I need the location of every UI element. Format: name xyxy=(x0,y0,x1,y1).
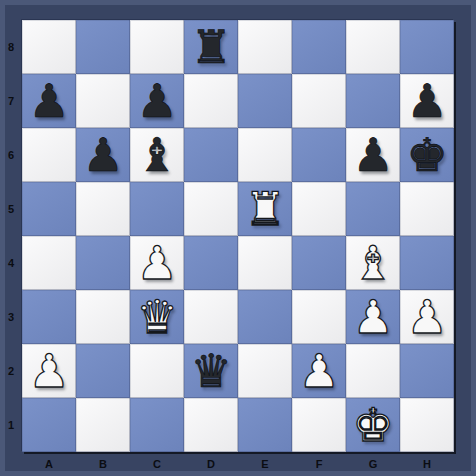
chess-board: ♜♟♟♟♟♝♟♚♜♟♝♛♟♟♟♛♟♚ xyxy=(22,20,454,452)
square-d1[interactable] xyxy=(184,398,238,452)
file-label-c: C xyxy=(130,453,184,474)
square-e4[interactable] xyxy=(238,236,292,290)
square-c2[interactable] xyxy=(130,344,184,398)
square-h3[interactable]: ♟ xyxy=(400,290,454,344)
square-c5[interactable] xyxy=(130,182,184,236)
square-a1[interactable] xyxy=(22,398,76,452)
square-f5[interactable] xyxy=(292,182,346,236)
piece-black-queen[interactable]: ♛ xyxy=(190,344,231,398)
square-f2[interactable]: ♟ xyxy=(292,344,346,398)
square-g3[interactable]: ♟ xyxy=(346,290,400,344)
piece-white-pawn[interactable]: ♟ xyxy=(28,344,69,398)
square-g6[interactable]: ♟ xyxy=(346,128,400,182)
square-g8[interactable] xyxy=(346,20,400,74)
rank-label-4: 4 xyxy=(0,236,22,290)
square-h5[interactable] xyxy=(400,182,454,236)
square-h7[interactable]: ♟ xyxy=(400,74,454,128)
piece-black-pawn[interactable]: ♟ xyxy=(406,74,447,128)
piece-black-bishop[interactable]: ♝ xyxy=(136,128,177,182)
piece-black-pawn[interactable]: ♟ xyxy=(352,128,393,182)
square-d4[interactable] xyxy=(184,236,238,290)
square-b5[interactable] xyxy=(76,182,130,236)
square-b3[interactable] xyxy=(76,290,130,344)
piece-black-rook[interactable]: ♜ xyxy=(190,20,231,74)
square-d3[interactable] xyxy=(184,290,238,344)
square-e8[interactable] xyxy=(238,20,292,74)
square-f3[interactable] xyxy=(292,290,346,344)
square-c6[interactable]: ♝ xyxy=(130,128,184,182)
square-c7[interactable]: ♟ xyxy=(130,74,184,128)
piece-white-pawn[interactable]: ♟ xyxy=(352,290,393,344)
file-label-d: D xyxy=(184,453,238,474)
file-label-a: A xyxy=(22,453,76,474)
square-g2[interactable] xyxy=(346,344,400,398)
square-e3[interactable] xyxy=(238,290,292,344)
piece-white-pawn[interactable]: ♟ xyxy=(136,236,177,290)
square-c1[interactable] xyxy=(130,398,184,452)
square-f1[interactable] xyxy=(292,398,346,452)
piece-white-rook[interactable]: ♜ xyxy=(244,182,285,236)
piece-white-bishop[interactable]: ♝ xyxy=(352,236,393,290)
rank-label-6: 6 xyxy=(0,128,22,182)
square-a7[interactable]: ♟ xyxy=(22,74,76,128)
square-a5[interactable] xyxy=(22,182,76,236)
rank-label-8: 8 xyxy=(0,20,22,74)
piece-white-queen[interactable]: ♛ xyxy=(136,290,177,344)
chess-board-window: ♜♟♟♟♟♝♟♚♜♟♝♛♟♟♟♛♟♚ 87654321 ABCDEFGH xyxy=(0,0,476,476)
square-d5[interactable] xyxy=(184,182,238,236)
square-d6[interactable] xyxy=(184,128,238,182)
square-g4[interactable]: ♝ xyxy=(346,236,400,290)
rank-label-5: 5 xyxy=(0,182,22,236)
square-f8[interactable] xyxy=(292,20,346,74)
square-d7[interactable] xyxy=(184,74,238,128)
square-g1[interactable]: ♚ xyxy=(346,398,400,452)
piece-black-pawn[interactable]: ♟ xyxy=(82,128,123,182)
square-a3[interactable] xyxy=(22,290,76,344)
square-e2[interactable] xyxy=(238,344,292,398)
file-label-h: H xyxy=(400,453,454,474)
square-b4[interactable] xyxy=(76,236,130,290)
square-h2[interactable] xyxy=(400,344,454,398)
square-e7[interactable] xyxy=(238,74,292,128)
square-b6[interactable]: ♟ xyxy=(76,128,130,182)
piece-white-king[interactable]: ♚ xyxy=(352,398,393,452)
square-d8[interactable]: ♜ xyxy=(184,20,238,74)
rank-label-7: 7 xyxy=(0,74,22,128)
square-e5[interactable]: ♜ xyxy=(238,182,292,236)
square-f6[interactable] xyxy=(292,128,346,182)
square-g7[interactable] xyxy=(346,74,400,128)
square-b8[interactable] xyxy=(76,20,130,74)
piece-white-pawn[interactable]: ♟ xyxy=(298,344,339,398)
square-b2[interactable] xyxy=(76,344,130,398)
square-a4[interactable] xyxy=(22,236,76,290)
square-e6[interactable] xyxy=(238,128,292,182)
rank-label-3: 3 xyxy=(0,290,22,344)
square-b1[interactable] xyxy=(76,398,130,452)
square-c4[interactable]: ♟ xyxy=(130,236,184,290)
square-c3[interactable]: ♛ xyxy=(130,290,184,344)
rank-label-1: 1 xyxy=(0,398,22,452)
piece-white-pawn[interactable]: ♟ xyxy=(406,290,447,344)
file-label-f: F xyxy=(292,453,346,474)
file-label-e: E xyxy=(238,453,292,474)
square-a2[interactable]: ♟ xyxy=(22,344,76,398)
square-h4[interactable] xyxy=(400,236,454,290)
square-f4[interactable] xyxy=(292,236,346,290)
file-label-g: G xyxy=(346,453,400,474)
piece-black-king[interactable]: ♚ xyxy=(406,128,447,182)
rank-label-2: 2 xyxy=(0,344,22,398)
square-h6[interactable]: ♚ xyxy=(400,128,454,182)
square-c8[interactable] xyxy=(130,20,184,74)
square-a8[interactable] xyxy=(22,20,76,74)
square-b7[interactable] xyxy=(76,74,130,128)
piece-black-pawn[interactable]: ♟ xyxy=(28,74,69,128)
square-f7[interactable] xyxy=(292,74,346,128)
piece-black-pawn[interactable]: ♟ xyxy=(136,74,177,128)
square-a6[interactable] xyxy=(22,128,76,182)
square-d2[interactable]: ♛ xyxy=(184,344,238,398)
square-h8[interactable] xyxy=(400,20,454,74)
square-h1[interactable] xyxy=(400,398,454,452)
file-label-b: B xyxy=(76,453,130,474)
square-e1[interactable] xyxy=(238,398,292,452)
square-g5[interactable] xyxy=(346,182,400,236)
